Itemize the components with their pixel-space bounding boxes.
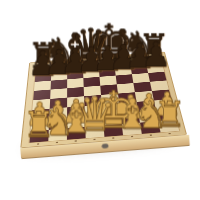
board-rotation-wrap: ♜♞♝♛♚♝♞♜♟♟♟♟♟♟♟♟♟♟♟♟♟♟♟♟♜♞♝♛♚♝♞♜ xyxy=(19,14,180,175)
edge-coordinate-mark-f xyxy=(131,136,133,138)
clasp-latch xyxy=(102,144,109,149)
piece-white-rook: ♜ xyxy=(145,97,195,130)
edge-coordinate-mark-a xyxy=(37,143,39,145)
chess-board: ♜♞♝♛♚♝♞♜♟♟♟♟♟♟♟♟♟♟♟♟♟♟♟♟♜♞♝♛♚♝♞♜ xyxy=(20,52,187,148)
edge-coordinate-mark-c xyxy=(75,140,77,142)
piece-anchor-h7: ♟ xyxy=(146,63,164,73)
piece-white-rook: ♜ xyxy=(14,108,64,141)
piece-anchor-a1: ♜ xyxy=(30,130,49,143)
edge-coordinate-mark-e xyxy=(112,137,114,139)
edge-coordinate-mark-d xyxy=(93,139,95,141)
chess-set-photo: ♜♞♝♛♚♝♞♜♟♟♟♟♟♟♟♟♟♟♟♟♟♟♟♟♜♞♝♛♚♝♞♜ xyxy=(0,0,200,200)
edge-coordinate-mark-h xyxy=(169,133,172,135)
edge-coordinate-mark-g xyxy=(150,134,152,136)
edge-coordinate-mark-b xyxy=(56,142,58,144)
board-perspective: ♜♞♝♛♚♝♞♜♟♟♟♟♟♟♟♟♟♟♟♟♟♟♟♟♜♞♝♛♚♝♞♜ xyxy=(19,14,180,175)
piece-anchor-h1: ♜ xyxy=(158,120,179,133)
piece-black-pawn: ♟ xyxy=(135,39,178,72)
